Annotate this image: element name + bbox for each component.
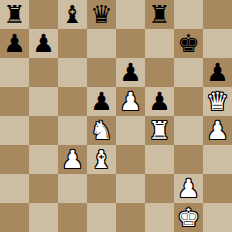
square-a5[interactable] xyxy=(0,87,29,116)
square-f5[interactable]: ♟ xyxy=(145,87,174,116)
square-g1[interactable]: ♚ xyxy=(174,203,203,232)
square-d8[interactable]: ♛ xyxy=(87,0,116,29)
piece-white-bishop-d3[interactable]: ♝ xyxy=(87,145,116,174)
square-a1[interactable] xyxy=(0,203,29,232)
square-a2[interactable] xyxy=(0,174,29,203)
square-h2[interactable] xyxy=(203,174,232,203)
piece-black-queen-d8[interactable]: ♛ xyxy=(87,0,116,29)
square-a6[interactable] xyxy=(0,58,29,87)
piece-black-king-g7[interactable]: ♚ xyxy=(174,29,203,58)
square-b7[interactable]: ♟ xyxy=(29,29,58,58)
piece-black-pawn-e6[interactable]: ♟ xyxy=(116,58,145,87)
square-g5[interactable] xyxy=(174,87,203,116)
square-b6[interactable] xyxy=(29,58,58,87)
square-f6[interactable] xyxy=(145,58,174,87)
square-b1[interactable] xyxy=(29,203,58,232)
square-b3[interactable] xyxy=(29,145,58,174)
piece-black-pawn-d5[interactable]: ♟ xyxy=(87,87,116,116)
chess-board: ♜♝♛♜♟♟♚♟♟♟♟♟♛♞♜♟♟♝♟♚ xyxy=(0,0,232,232)
square-c3[interactable]: ♟ xyxy=(58,145,87,174)
square-g8[interactable] xyxy=(174,0,203,29)
square-d6[interactable] xyxy=(87,58,116,87)
square-h1[interactable] xyxy=(203,203,232,232)
square-e2[interactable] xyxy=(116,174,145,203)
piece-black-bishop-c8[interactable]: ♝ xyxy=(58,0,87,29)
square-g4[interactable] xyxy=(174,116,203,145)
square-d3[interactable]: ♝ xyxy=(87,145,116,174)
piece-white-king-g1[interactable]: ♚ xyxy=(174,203,203,232)
square-c1[interactable] xyxy=(58,203,87,232)
square-f7[interactable] xyxy=(145,29,174,58)
piece-black-rook-f8[interactable]: ♜ xyxy=(145,0,174,29)
piece-black-pawn-h6[interactable]: ♟ xyxy=(203,58,232,87)
square-e6[interactable]: ♟ xyxy=(116,58,145,87)
square-f4[interactable]: ♜ xyxy=(145,116,174,145)
piece-black-rook-a8[interactable]: ♜ xyxy=(0,0,29,29)
square-f8[interactable]: ♜ xyxy=(145,0,174,29)
square-d5[interactable]: ♟ xyxy=(87,87,116,116)
square-e7[interactable] xyxy=(116,29,145,58)
square-h5[interactable]: ♛ xyxy=(203,87,232,116)
square-h3[interactable] xyxy=(203,145,232,174)
square-h6[interactable]: ♟ xyxy=(203,58,232,87)
piece-white-pawn-c3[interactable]: ♟ xyxy=(58,145,87,174)
square-e1[interactable] xyxy=(116,203,145,232)
piece-white-queen-h5[interactable]: ♛ xyxy=(203,87,232,116)
piece-white-rook-f4[interactable]: ♜ xyxy=(145,116,174,145)
square-d7[interactable] xyxy=(87,29,116,58)
piece-white-pawn-h4[interactable]: ♟ xyxy=(203,116,232,145)
square-f1[interactable] xyxy=(145,203,174,232)
piece-black-pawn-a7[interactable]: ♟ xyxy=(0,29,29,58)
square-c7[interactable] xyxy=(58,29,87,58)
square-c5[interactable] xyxy=(58,87,87,116)
square-a3[interactable] xyxy=(0,145,29,174)
piece-black-pawn-f5[interactable]: ♟ xyxy=(145,87,174,116)
square-f2[interactable] xyxy=(145,174,174,203)
square-a8[interactable]: ♜ xyxy=(0,0,29,29)
piece-white-pawn-g2[interactable]: ♟ xyxy=(174,174,203,203)
square-g2[interactable]: ♟ xyxy=(174,174,203,203)
square-a7[interactable]: ♟ xyxy=(0,29,29,58)
square-f3[interactable] xyxy=(145,145,174,174)
square-g6[interactable] xyxy=(174,58,203,87)
piece-black-pawn-b7[interactable]: ♟ xyxy=(29,29,58,58)
square-g3[interactable] xyxy=(174,145,203,174)
square-b2[interactable] xyxy=(29,174,58,203)
square-b4[interactable] xyxy=(29,116,58,145)
piece-white-knight-d4[interactable]: ♞ xyxy=(87,116,116,145)
square-d1[interactable] xyxy=(87,203,116,232)
square-h8[interactable] xyxy=(203,0,232,29)
square-e4[interactable] xyxy=(116,116,145,145)
square-e8[interactable] xyxy=(116,0,145,29)
square-e3[interactable] xyxy=(116,145,145,174)
square-d4[interactable]: ♞ xyxy=(87,116,116,145)
square-b5[interactable] xyxy=(29,87,58,116)
square-e5[interactable]: ♟ xyxy=(116,87,145,116)
square-c4[interactable] xyxy=(58,116,87,145)
piece-white-pawn-e5[interactable]: ♟ xyxy=(116,87,145,116)
square-h7[interactable] xyxy=(203,29,232,58)
square-c2[interactable] xyxy=(58,174,87,203)
square-a4[interactable] xyxy=(0,116,29,145)
square-c6[interactable] xyxy=(58,58,87,87)
square-c8[interactable]: ♝ xyxy=(58,0,87,29)
square-g7[interactable]: ♚ xyxy=(174,29,203,58)
square-h4[interactable]: ♟ xyxy=(203,116,232,145)
square-d2[interactable] xyxy=(87,174,116,203)
square-b8[interactable] xyxy=(29,0,58,29)
